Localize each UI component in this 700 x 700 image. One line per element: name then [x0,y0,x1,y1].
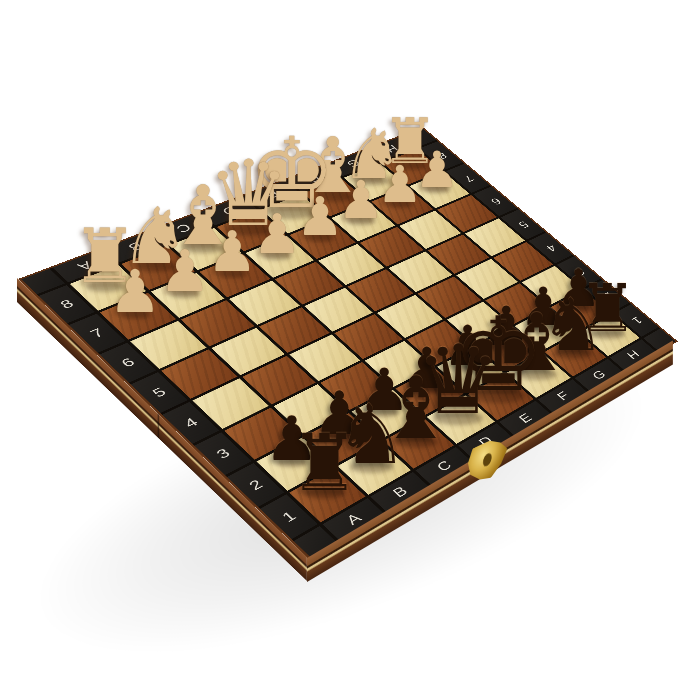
pawn-glyph: ♟ [207,219,257,284]
rank-label-right-6-text: 6 [488,196,503,206]
piece-white-pawn-a7[interactable]: ♟ [105,262,164,321]
rank-label-right-4-text: 4 [543,243,558,254]
rank-label-left-6-text: 6 [118,356,137,370]
product-photo-stage: ABCDEFGH8877665544332211ABCDEFGH ♜♞♝♛♚♝♞… [0,0,700,700]
rook-glyph: ♜ [289,417,359,508]
rank-label-left-1-text: 1 [279,509,299,524]
pawn-glyph: ♟ [109,257,162,326]
piece-black-rook-a1[interactable]: ♜ [285,424,363,502]
rank-label-left-3-text: 3 [213,446,233,461]
rank-label-right-7-text: 7 [461,173,476,183]
rank-label-left-5-text: 5 [150,385,169,399]
rank-label-left-7-text: 7 [88,326,107,339]
rank-label-right-5-text: 5 [515,219,530,229]
pawn-glyph: ♟ [159,237,211,305]
rank-label-left-4-text: 4 [181,416,200,430]
rank-label-left-2-text: 2 [246,477,266,492]
fold-seam-left [157,413,158,438]
